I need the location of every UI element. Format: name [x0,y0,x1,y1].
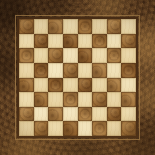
square-g2[interactable] [107,107,122,122]
board-field [17,17,138,138]
square-e7[interactable] [78,34,93,49]
square-e5[interactable] [78,63,93,78]
square-a7[interactable] [19,34,34,49]
square-b5[interactable] [34,63,49,78]
square-d2[interactable] [63,107,78,122]
square-b7[interactable] [34,34,49,49]
square-b3[interactable] [34,92,49,107]
square-a8[interactable] [19,19,34,34]
square-g3[interactable] [107,92,122,107]
square-a4[interactable] [19,78,34,93]
square-f1[interactable] [92,121,107,136]
square-b6[interactable] [34,48,49,63]
square-c3[interactable] [48,92,63,107]
square-b8[interactable] [34,19,49,34]
square-c2[interactable] [48,107,63,122]
square-f4[interactable] [92,78,107,93]
square-e1[interactable] [78,121,93,136]
square-d5[interactable] [63,63,78,78]
square-f8[interactable] [92,19,107,34]
square-a6[interactable] [19,48,34,63]
square-d8[interactable] [63,19,78,34]
wooden-chessboard [0,0,155,155]
square-g6[interactable] [107,48,122,63]
square-h8[interactable] [121,19,136,34]
square-g4[interactable] [107,78,122,93]
square-d1[interactable] [63,121,78,136]
square-f7[interactable] [92,34,107,49]
square-e4[interactable] [78,78,93,93]
square-g8[interactable] [107,19,122,34]
square-a1[interactable] [19,121,34,136]
square-e3[interactable] [78,92,93,107]
square-h1[interactable] [121,121,136,136]
square-f2[interactable] [92,107,107,122]
square-h4[interactable] [121,78,136,93]
square-e6[interactable] [78,48,93,63]
square-f5[interactable] [92,63,107,78]
square-c7[interactable] [48,34,63,49]
square-g1[interactable] [107,121,122,136]
square-f6[interactable] [92,48,107,63]
square-d6[interactable] [63,48,78,63]
square-e8[interactable] [78,19,93,34]
square-d4[interactable] [63,78,78,93]
square-h2[interactable] [121,107,136,122]
square-g7[interactable] [107,34,122,49]
square-b1[interactable] [34,121,49,136]
square-c4[interactable] [48,78,63,93]
square-b2[interactable] [34,107,49,122]
square-h6[interactable] [121,48,136,63]
board-grid [19,19,136,136]
square-c6[interactable] [48,48,63,63]
square-c5[interactable] [48,63,63,78]
square-c1[interactable] [48,121,63,136]
square-h7[interactable] [121,34,136,49]
square-g5[interactable] [107,63,122,78]
square-h5[interactable] [121,63,136,78]
square-d3[interactable] [63,92,78,107]
square-c8[interactable] [48,19,63,34]
square-a3[interactable] [19,92,34,107]
square-f3[interactable] [92,92,107,107]
square-b4[interactable] [34,78,49,93]
square-d7[interactable] [63,34,78,49]
square-a5[interactable] [19,63,34,78]
square-h3[interactable] [121,92,136,107]
square-a2[interactable] [19,107,34,122]
square-e2[interactable] [78,107,93,122]
